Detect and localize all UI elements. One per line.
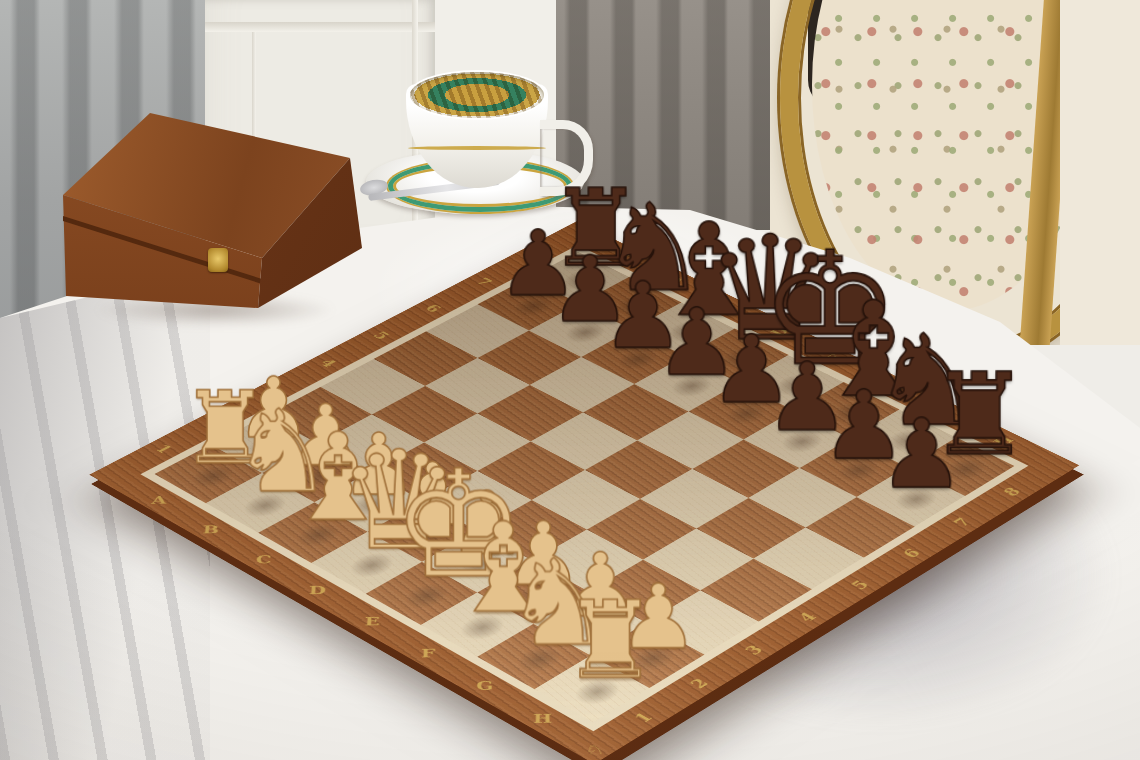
chessboard[interactable]: 12345678 12345678 ABCDEFGH ABCDEFGH ♘ ♜♟… (235, 120, 935, 760)
knight-emblem-logo: ♘ (585, 742, 605, 758)
board-squares: ♜♟♟♜♞♟♟♞♝♟♟♝♛♟♟♛♚♟♟♚♝♟♟♝♞♟♟♞♜♟♟♜ (155, 252, 1015, 723)
board-inner-border: ♜♟♟♜♞♟♟♞♝♟♟♝♛♟♟♛♚♟♟♚♝♟♟♝♞♟♟♞♜♟♟♜ (140, 245, 1028, 731)
black-pawn-h7[interactable]: ♟ (878, 406, 965, 502)
panel-molding-rail (205, 22, 437, 32)
board-plane: 12345678 12345678 ABCDEFGH ABCDEFGH ♘ ♜♟… (89, 221, 1079, 760)
teacup-interior-pattern (410, 72, 544, 118)
brass-clasp (208, 248, 228, 272)
square-h7[interactable]: ♟ (857, 467, 965, 526)
chair-armrest (1060, 0, 1140, 345)
white-rook-h1[interactable]: ♜ (562, 588, 643, 695)
board-frame: 12345678 12345678 ABCDEFGH ABCDEFGH ♘ ♜♟… (89, 221, 1079, 760)
scene: 12345678 12345678 ABCDEFGH ABCDEFGH ♘ ♜♟… (0, 0, 1140, 760)
